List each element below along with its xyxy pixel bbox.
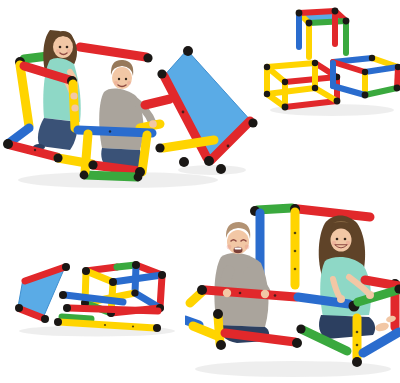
right-cube (333, 55, 400, 99)
photo-children-slide-structure (0, 0, 266, 200)
tower (296, 8, 350, 57)
photo-children-corner-structure (185, 185, 400, 383)
photo-children-corner-structure-art (185, 185, 400, 383)
photo-empty-ramp-structure (5, 245, 190, 340)
photo-empty-tower-structure-art (262, 0, 400, 125)
left-cube (264, 60, 341, 111)
photo-empty-ramp-structure-art (5, 245, 190, 340)
product-collage (0, 0, 400, 383)
slide-shadow (178, 165, 246, 175)
photo-empty-tower-structure (262, 0, 400, 125)
photo-children-slide-structure-art (0, 0, 266, 200)
